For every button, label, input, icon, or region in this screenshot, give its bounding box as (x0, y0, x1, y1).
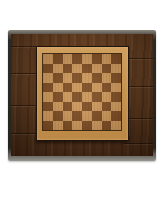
table-top-with-rim (8, 30, 156, 161)
square-e8 (82, 54, 92, 64)
square-f2 (92, 111, 102, 121)
square-a5 (43, 83, 53, 93)
product-photo (0, 0, 164, 200)
square-g6 (102, 73, 112, 83)
square-c2 (63, 111, 73, 121)
square-c8 (63, 54, 73, 64)
square-c3 (63, 102, 73, 112)
square-g1 (102, 121, 112, 131)
square-d7 (72, 64, 82, 74)
square-e2 (82, 111, 92, 121)
square-h5 (111, 83, 121, 93)
square-c1 (63, 121, 73, 131)
square-a6 (43, 73, 53, 83)
square-b4 (53, 92, 63, 102)
board-field (42, 53, 122, 131)
square-g7 (102, 64, 112, 74)
square-b5 (53, 83, 63, 93)
square-e6 (82, 73, 92, 83)
square-e5 (82, 83, 92, 93)
square-h3 (111, 102, 121, 112)
square-c5 (63, 83, 73, 93)
square-b3 (53, 102, 63, 112)
square-a7 (43, 64, 53, 74)
square-b6 (53, 73, 63, 83)
square-f1 (92, 121, 102, 131)
square-b7 (53, 64, 63, 74)
square-d8 (72, 54, 82, 64)
plank-seam (124, 143, 153, 145)
square-g8 (102, 54, 112, 64)
square-c6 (63, 73, 73, 83)
square-d6 (72, 73, 82, 83)
square-f3 (92, 102, 102, 112)
square-h2 (111, 111, 121, 121)
square-f5 (92, 83, 102, 93)
square-e3 (82, 102, 92, 112)
square-f4 (92, 92, 102, 102)
square-g3 (102, 102, 112, 112)
game-board (36, 46, 129, 141)
square-g5 (102, 83, 112, 93)
square-c4 (63, 92, 73, 102)
square-c7 (63, 64, 73, 74)
square-f6 (92, 73, 102, 83)
square-e7 (82, 64, 92, 74)
square-f8 (92, 54, 102, 64)
square-b2 (53, 111, 63, 121)
square-a3 (43, 102, 53, 112)
square-a2 (43, 111, 53, 121)
square-e4 (82, 92, 92, 102)
square-g2 (102, 111, 112, 121)
square-h1 (111, 121, 121, 131)
square-h7 (111, 64, 121, 74)
square-b8 (53, 54, 63, 64)
square-a8 (43, 54, 53, 64)
square-h4 (111, 92, 121, 102)
square-e1 (82, 121, 92, 131)
walnut-surface (11, 34, 153, 156)
square-g4 (102, 92, 112, 102)
square-a4 (43, 92, 53, 102)
square-h6 (111, 73, 121, 83)
square-h8 (111, 54, 121, 64)
square-b1 (53, 121, 63, 131)
square-d4 (72, 92, 82, 102)
square-d5 (72, 83, 82, 93)
square-d2 (72, 111, 82, 121)
square-a1 (43, 121, 53, 131)
square-d1 (72, 121, 82, 131)
square-f7 (92, 64, 102, 74)
square-d3 (72, 102, 82, 112)
